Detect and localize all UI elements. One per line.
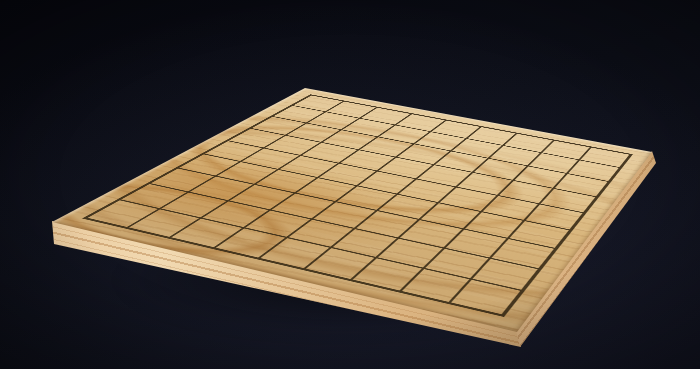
photo-background [0,0,700,369]
